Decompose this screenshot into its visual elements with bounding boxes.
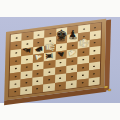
peg-hole-icon <box>61 31 63 33</box>
peg-hole-icon <box>82 59 84 61</box>
square-c1 <box>32 84 43 93</box>
square-g1 <box>77 78 88 87</box>
peg-hole-icon <box>82 67 84 69</box>
peg-hole-icon <box>38 50 40 52</box>
peg-hole-icon <box>71 53 73 55</box>
peg-hole-icon <box>38 42 40 44</box>
peg-hole-icon <box>72 30 74 32</box>
peg-hole-icon <box>37 80 39 82</box>
peg-hole-icon <box>60 54 62 56</box>
peg-hole-icon <box>49 33 51 35</box>
peg-hole-icon <box>93 81 95 83</box>
peg-hole-icon <box>60 47 62 49</box>
peg-hole-icon <box>37 57 39 59</box>
peg-hole-icon <box>59 70 61 72</box>
peg-hole-icon <box>59 85 61 87</box>
peg-hole-icon <box>60 62 62 64</box>
chess-board <box>4 19 106 101</box>
peg-hole-icon <box>71 45 73 47</box>
bottom-white-strip <box>0 103 120 120</box>
square-a1 <box>9 87 20 96</box>
peg-hole-icon <box>82 74 84 76</box>
peg-hole-icon <box>48 71 50 73</box>
peg-hole-icon <box>60 39 62 41</box>
peg-hole-icon <box>72 37 74 39</box>
peg-hole-icon <box>70 84 72 86</box>
square-f1 <box>66 80 77 89</box>
peg-hole-icon <box>15 45 17 47</box>
peg-hole-icon <box>82 82 84 84</box>
peg-hole-icon <box>27 36 29 38</box>
photo-canvas: ♚♟♝♞♛♚♟♜♟♞ <box>0 0 120 120</box>
peg-hole-icon <box>48 79 50 81</box>
peg-hole-icon <box>82 51 84 53</box>
brass-clasp-icon <box>108 89 111 91</box>
peg-hole-icon <box>15 52 17 54</box>
peg-hole-icon <box>26 43 28 45</box>
square-e1 <box>54 81 65 90</box>
peg-hole-icon <box>26 51 28 53</box>
peg-hole-icon <box>26 74 28 76</box>
peg-hole-icon <box>48 63 50 65</box>
peg-hole-icon <box>37 88 39 90</box>
peg-hole-icon <box>37 65 39 67</box>
peg-hole-icon <box>15 37 17 39</box>
square-d1 <box>43 83 54 92</box>
peg-hole-icon <box>49 48 51 50</box>
peg-hole-icon <box>83 28 85 30</box>
peg-hole-icon <box>26 59 28 61</box>
peg-hole-icon <box>15 60 17 62</box>
peg-hole-icon <box>14 76 16 78</box>
board-grid <box>9 23 101 97</box>
peg-hole-icon <box>93 65 95 67</box>
peg-hole-icon <box>71 76 73 78</box>
peg-hole-icon <box>49 56 51 58</box>
peg-hole-icon <box>15 68 17 70</box>
top-white-strip <box>0 0 120 17</box>
square-h1 <box>88 77 99 86</box>
peg-hole-icon <box>93 73 95 75</box>
peg-hole-icon <box>48 87 50 89</box>
peg-hole-icon <box>94 34 96 36</box>
peg-hole-icon <box>25 90 27 92</box>
peg-hole-icon <box>71 68 73 70</box>
peg-hole-icon <box>83 44 85 46</box>
peg-hole-icon <box>38 34 40 36</box>
peg-hole-icon <box>83 36 85 38</box>
peg-hole-icon <box>14 91 16 93</box>
peg-hole-icon <box>49 40 51 42</box>
square-b1 <box>21 86 32 95</box>
peg-hole-icon <box>94 42 96 44</box>
peg-hole-icon <box>59 77 61 79</box>
peg-hole-icon <box>94 58 96 60</box>
peg-hole-icon <box>94 50 96 52</box>
peg-hole-icon <box>37 73 39 75</box>
peg-hole-icon <box>25 82 27 84</box>
peg-hole-icon <box>14 83 16 85</box>
peg-hole-icon <box>26 66 28 68</box>
peg-hole-icon <box>94 27 96 29</box>
peg-hole-icon <box>71 60 73 62</box>
